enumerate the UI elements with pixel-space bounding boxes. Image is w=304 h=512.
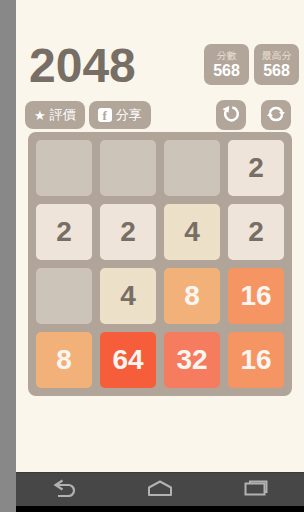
home-button[interactable] <box>112 473 208 506</box>
recents-icon <box>244 480 268 500</box>
empty-cell-r1c3 <box>164 140 220 196</box>
screen-bottom-edge <box>16 506 304 512</box>
best-score-label: 最高分 <box>262 49 292 62</box>
recents-button[interactable] <box>208 473 304 506</box>
tile-2-r1c4: 2 <box>228 140 284 196</box>
empty-cell-r1c2 <box>100 140 156 196</box>
best-score-value: 568 <box>263 62 290 80</box>
tile-2-r2c1: 2 <box>36 204 92 260</box>
rate-button-label: 評價 <box>50 106 76 124</box>
tile-8-r3c3: 8 <box>164 268 220 324</box>
tile-2-r2c2: 2 <box>100 204 156 260</box>
refresh-icon <box>266 104 286 127</box>
android-navbar <box>16 472 304 506</box>
tile-4-r3c2: 4 <box>100 268 156 324</box>
score-label: 分數 <box>217 49 237 62</box>
tile-2-r2c4: 2 <box>228 204 284 260</box>
score-value: 568 <box>213 62 240 80</box>
toolbar: ★ 評價 f 分享 <box>25 101 151 129</box>
best-score-box: 最高分 568 <box>254 44 299 85</box>
tile-64-r4c2: 64 <box>100 332 156 388</box>
empty-cell-r3c1 <box>36 268 92 324</box>
empty-cell-r1c1 <box>36 140 92 196</box>
undo-button[interactable] <box>216 100 246 130</box>
back-icon <box>51 479 77 501</box>
rate-button[interactable]: ★ 評價 <box>25 101 85 129</box>
tile-4-r2c3: 4 <box>164 204 220 260</box>
share-button[interactable]: f 分享 <box>89 101 151 129</box>
undo-icon <box>221 104 241 127</box>
app-screen: 2048 分數 568 最高分 568 ★ 評價 f 分享 <box>16 0 304 512</box>
star-icon: ★ <box>34 109 46 122</box>
tile-16-r3c4: 16 <box>228 268 284 324</box>
back-button[interactable] <box>16 473 112 506</box>
app-title: 2048 <box>29 44 136 88</box>
tile-8-r4c1: 8 <box>36 332 92 388</box>
tile-16-r4c4: 16 <box>228 332 284 388</box>
score-box: 分數 568 <box>204 44 249 85</box>
facebook-icon: f <box>98 108 112 122</box>
game-board[interactable]: 2224248168643216 <box>28 132 292 396</box>
score-boxes: 分數 568 最高分 568 <box>204 44 299 85</box>
share-button-label: 分享 <box>116 106 142 124</box>
home-icon <box>147 480 173 500</box>
restart-button[interactable] <box>261 100 291 130</box>
tile-32-r4c3: 32 <box>164 332 220 388</box>
